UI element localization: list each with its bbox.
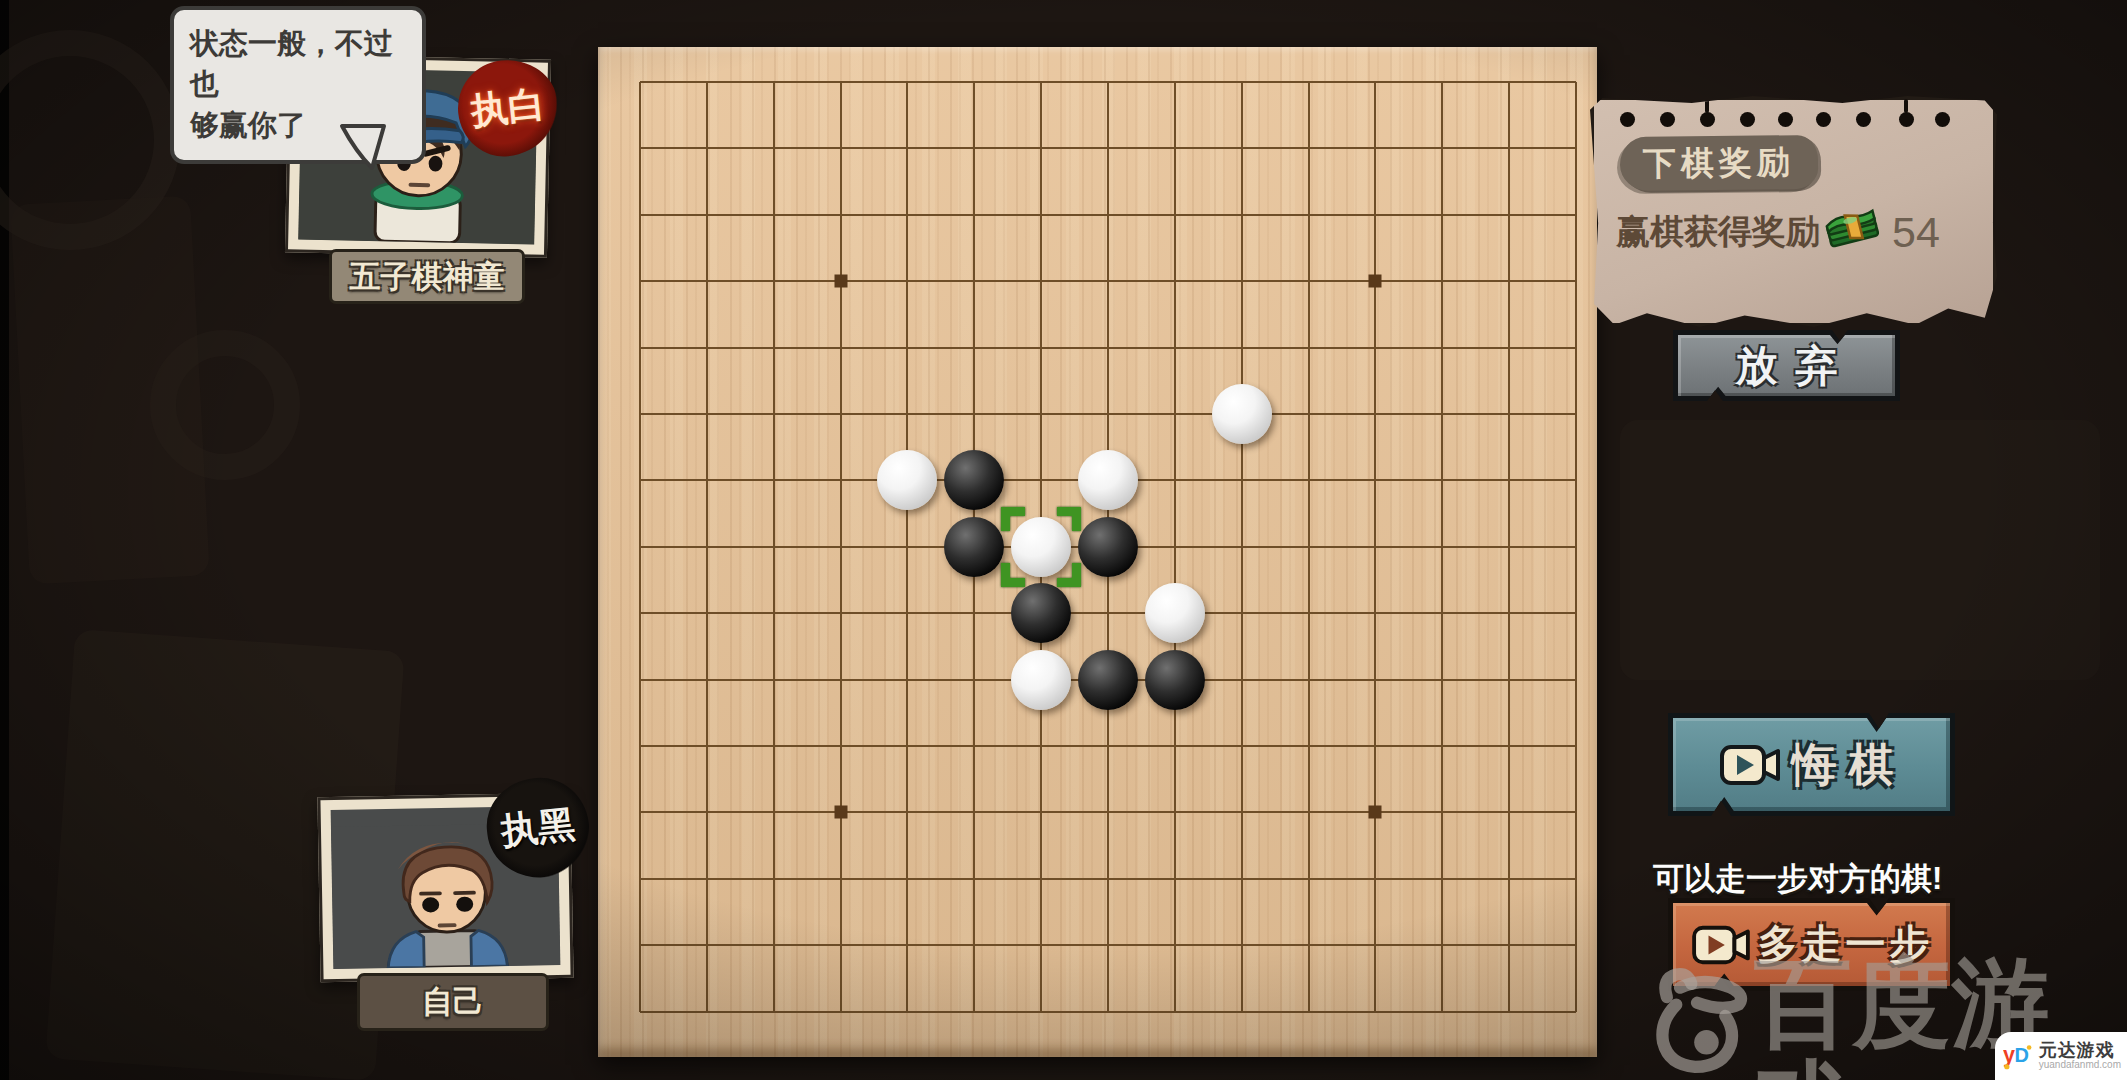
- video-camera-icon: [1690, 921, 1752, 969]
- parchment-hole: [1856, 112, 1871, 127]
- grid-line: [640, 944, 1576, 946]
- grid-line: [640, 1011, 1576, 1013]
- stone-black: [944, 517, 1004, 577]
- opponent-name: 五子棋神童: [350, 256, 505, 298]
- parchment-hole: [1700, 112, 1715, 127]
- extra-move-button[interactable]: 多走一步: [1668, 898, 1955, 991]
- stone-black: [1145, 650, 1205, 710]
- stone-white: [1145, 583, 1205, 643]
- stone-white: [1212, 384, 1272, 444]
- parchment-hole: [1660, 112, 1675, 127]
- grid-line: [1374, 82, 1376, 1012]
- self-name: 自己: [422, 981, 484, 1023]
- star-point: [1369, 806, 1382, 819]
- stone-white: [1011, 650, 1071, 710]
- grid-line: [1508, 82, 1510, 1012]
- money-stack-icon: [1824, 206, 1884, 258]
- grid-line: [1441, 82, 1443, 1012]
- stone-black: [1011, 583, 1071, 643]
- background-texture-blob: [1620, 420, 2100, 680]
- last-move-marker: [1001, 507, 1081, 587]
- svg-text:y: y: [2003, 1043, 2015, 1067]
- reward-panel: 下棋奖励 赢棋获得奖励 54: [1590, 96, 1997, 327]
- grid-line: [640, 612, 1576, 614]
- give-up-label: 放弃: [1718, 338, 1856, 394]
- stone-black: [944, 450, 1004, 510]
- parchment-hole: [1620, 112, 1635, 127]
- reward-row: 赢棋获得奖励 54: [1616, 204, 1986, 260]
- parchment-hole: [1778, 112, 1793, 127]
- self-nameplate: 自己: [357, 973, 549, 1031]
- opponent-speech-bubble: 状态一般，不过也 够赢你了: [170, 6, 426, 164]
- stone-white: [877, 450, 937, 510]
- grid-line: [1575, 82, 1577, 1012]
- video-camera-icon: [1718, 740, 1782, 790]
- stone-black: [1078, 650, 1138, 710]
- stone-black: [1078, 517, 1138, 577]
- grid-line: [1174, 82, 1176, 1012]
- corner-logo-texts: 元达游戏 yuandafanmd.com: [2039, 1041, 2121, 1070]
- opponent-nameplate: 五子棋神童: [329, 249, 525, 304]
- corner-logo-card: y D 元达游戏 yuandafanmd.com: [1995, 1032, 2127, 1080]
- speech-bubble-tail: [338, 124, 390, 172]
- corner-brand-name: 元达游戏: [2039, 1041, 2121, 1060]
- grid-line: [1308, 82, 1310, 1012]
- gomoku-board[interactable]: [598, 47, 1597, 1057]
- parchment-hole: [1816, 112, 1831, 127]
- reward-amount: 54: [1892, 208, 1940, 257]
- grid-line: [640, 745, 1576, 747]
- grid-line: [1241, 82, 1243, 1012]
- parchment-hole: [1899, 112, 1914, 127]
- opponent-side-label: 执白: [469, 79, 548, 136]
- star-point: [1369, 275, 1382, 288]
- grid-line: [640, 811, 1576, 813]
- reward-title: 下棋奖励: [1620, 135, 1819, 191]
- self-side-label: 执黑: [499, 799, 578, 856]
- give-up-button[interactable]: 放弃: [1673, 330, 1900, 401]
- extra-move-label: 多走一步: [1758, 917, 1934, 972]
- star-point: [834, 275, 847, 288]
- game-screen: 执白 五子棋神童 状态一般，不过也 够赢你了: [0, 0, 2127, 1080]
- star-point: [834, 806, 847, 819]
- extra-move-hint: 可以走一步对方的棋!: [1653, 858, 1993, 900]
- stone-white: [1078, 450, 1138, 510]
- undo-label: 悔棋: [1792, 735, 1906, 795]
- grid-line: [640, 878, 1576, 880]
- yu-logo: y D: [2003, 1038, 2034, 1074]
- parchment-hole: [1740, 112, 1755, 127]
- reward-line-text: 赢棋获得奖励: [1616, 209, 1820, 255]
- svg-text:D: D: [2015, 1044, 2029, 1066]
- background-texture-blob: [10, 196, 210, 585]
- undo-move-button[interactable]: 悔棋: [1668, 713, 1955, 816]
- parchment-hole: [1935, 112, 1950, 127]
- corner-domain: yuandafanmd.com: [2039, 1060, 2121, 1071]
